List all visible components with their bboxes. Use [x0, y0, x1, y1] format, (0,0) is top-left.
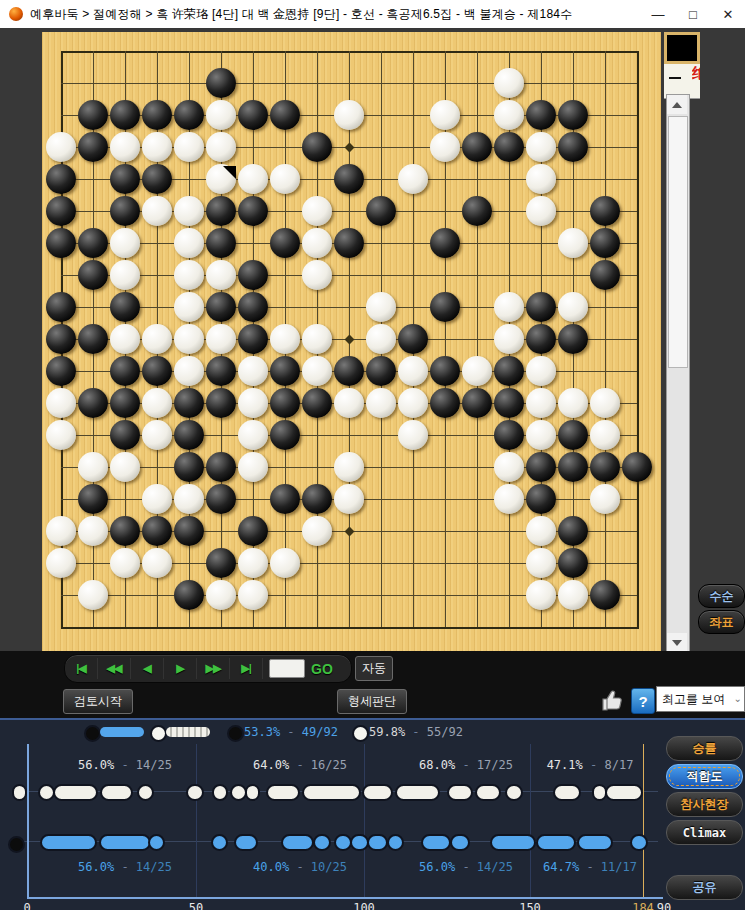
white-agree-row-pill	[605, 784, 643, 801]
graph-gridline	[364, 744, 365, 897]
white-stone	[558, 292, 588, 322]
white-agree-row-pill	[12, 784, 27, 801]
black-stone	[334, 228, 364, 258]
white-stone	[206, 260, 236, 290]
white-stone	[78, 580, 108, 610]
white-stone	[526, 548, 556, 578]
black-stone	[238, 100, 268, 130]
black-stone	[206, 196, 236, 226]
window-title: 예후바둑 > 절예정해 > 흑 许荣珞 [4단] 대 백 金恩持 [9단] - …	[30, 6, 572, 23]
grid-line	[605, 51, 606, 629]
black-stone	[238, 324, 268, 354]
white-stone	[110, 452, 140, 482]
black-stone	[206, 388, 236, 418]
disaster-scene-button[interactable]: 참사현장	[666, 792, 743, 817]
white-stone	[142, 324, 172, 354]
grid-line	[61, 275, 639, 276]
black-stone	[590, 260, 620, 290]
black-stone	[78, 484, 108, 514]
white-stone	[270, 324, 300, 354]
white-stone	[206, 100, 236, 130]
white-stone	[238, 356, 268, 386]
white-stone	[174, 228, 204, 258]
help-icon[interactable]: ?	[631, 688, 655, 714]
black-stone	[206, 68, 236, 98]
white-stone	[526, 164, 556, 194]
black-stone	[430, 388, 460, 418]
white-stone	[398, 420, 428, 450]
black-stone	[366, 196, 396, 226]
white-stone	[174, 260, 204, 290]
white-stone	[174, 132, 204, 162]
white-indicator-dash	[669, 77, 681, 79]
black-stone	[462, 388, 492, 418]
axis-tick-label: 0	[23, 901, 30, 910]
moves-button[interactable]: 수순	[698, 584, 745, 608]
white-stone	[494, 100, 524, 130]
arrow-down-icon	[672, 640, 682, 646]
white-stone	[526, 388, 556, 418]
white-stone	[334, 452, 364, 482]
white-stone	[174, 356, 204, 386]
agreement-label: 47.1% - 8/17	[547, 758, 634, 772]
black-stone	[558, 132, 588, 162]
white-agree-row-pill	[362, 784, 393, 801]
black-agree-row-pill	[313, 834, 331, 851]
graph-left-axis	[27, 744, 29, 897]
go-button[interactable]: GO	[309, 661, 333, 677]
axis-tick-label: 184	[632, 901, 654, 910]
black-stone	[430, 292, 460, 322]
black-stone	[142, 100, 172, 130]
white-stone	[174, 484, 204, 514]
maximize-button[interactable]: □	[676, 0, 710, 28]
black-stone	[110, 292, 140, 322]
black-stone	[78, 228, 108, 258]
black-stone	[302, 132, 332, 162]
white-stone	[590, 484, 620, 514]
black-stone	[558, 100, 588, 130]
white-stone	[558, 388, 588, 418]
grid-line	[61, 627, 639, 629]
black-stone	[110, 196, 140, 226]
black-stone	[462, 196, 492, 226]
black-stone	[206, 292, 236, 322]
black-stone	[46, 356, 76, 386]
white-agree-row-pill	[553, 784, 581, 801]
white-stone	[494, 452, 524, 482]
black-stone	[174, 516, 204, 546]
axis-tick-label: 150	[519, 901, 541, 910]
black-stone	[174, 388, 204, 418]
chevron-down-icon: ⌄	[734, 693, 742, 704]
white-stone	[46, 388, 76, 418]
white-stone	[302, 356, 332, 386]
black-stone	[462, 132, 492, 162]
axis-tick-label: 90	[657, 901, 671, 910]
white-stone	[142, 388, 172, 418]
grid-line	[61, 83, 639, 84]
black-agree-row-pill	[490, 834, 536, 851]
black-agree-row-pill	[387, 834, 404, 851]
white-stone	[398, 356, 428, 386]
legend-white-stat-dot	[352, 725, 369, 742]
star-point	[345, 527, 355, 537]
white-agree-row-pill	[475, 784, 501, 801]
black-stone	[110, 388, 140, 418]
black-agree-row-pill	[577, 834, 613, 851]
auto-play-button[interactable]: 자동	[355, 656, 393, 681]
x-axis-line	[27, 897, 663, 899]
first-move-button[interactable]: |◀	[65, 658, 98, 679]
white-stone	[46, 548, 76, 578]
winrate-button[interactable]: 승률	[666, 736, 743, 761]
white-agree-row-pill	[53, 784, 98, 801]
white-stone	[174, 292, 204, 322]
black-stone	[622, 452, 652, 482]
black-stone	[558, 452, 588, 482]
black-stone	[46, 164, 76, 194]
white-stone	[110, 132, 140, 162]
forward-button[interactable]: ▶	[164, 658, 197, 679]
agreement-label: 64.7% - 11/17	[543, 860, 637, 874]
white-stone	[78, 452, 108, 482]
go-board[interactable]	[42, 32, 661, 651]
white-stone	[334, 388, 364, 418]
white-stone	[238, 580, 268, 610]
black-agree-row-pill	[211, 834, 228, 851]
black-agree-row-pill	[148, 834, 165, 851]
black-stone	[174, 580, 204, 610]
white-stone	[526, 196, 556, 226]
black-stone	[302, 484, 332, 514]
white-stone	[398, 164, 428, 194]
white-stone	[590, 388, 620, 418]
graph-gridline	[196, 744, 197, 897]
white-stone	[206, 580, 236, 610]
white-stone	[206, 324, 236, 354]
black-stone	[206, 356, 236, 386]
black-stone	[270, 388, 300, 418]
coords-button[interactable]: 좌표	[698, 610, 745, 634]
last-move-button[interactable]: ▶|	[230, 658, 263, 679]
black-stone	[270, 484, 300, 514]
white-stone	[430, 100, 460, 130]
black-stone	[270, 228, 300, 258]
black-stone	[46, 324, 76, 354]
white-stone	[590, 420, 620, 450]
black-stone	[558, 516, 588, 546]
black-stone	[78, 388, 108, 418]
white-stone	[494, 324, 524, 354]
white-stone	[142, 420, 172, 450]
black-stone	[334, 356, 364, 386]
black-stone	[494, 388, 524, 418]
white-match-pct: 59.8%	[369, 725, 405, 739]
black-stone	[526, 324, 556, 354]
white-stone	[302, 260, 332, 290]
black-stone	[558, 324, 588, 354]
white-stone	[526, 420, 556, 450]
black-stone	[142, 516, 172, 546]
black-stone	[430, 228, 460, 258]
black-stone	[174, 420, 204, 450]
white-stone	[238, 164, 268, 194]
white-agree-row-pill	[245, 784, 260, 801]
black-stone	[494, 132, 524, 162]
scrollbar-thumb[interactable]	[668, 116, 688, 368]
black-stone	[398, 324, 428, 354]
graph-gridline	[530, 744, 531, 897]
white-agree-row-pill	[100, 784, 133, 801]
black-stone	[526, 292, 556, 322]
axis-tick-label: 50	[189, 901, 203, 910]
close-button[interactable]: ✕	[711, 0, 745, 28]
arrow-up-icon	[672, 102, 682, 108]
white-stone	[526, 516, 556, 546]
review-start-button[interactable]: 검토시작	[63, 689, 133, 714]
white-agree-row-pill	[212, 784, 228, 801]
white-stone	[238, 388, 268, 418]
white-agree-row-pill	[266, 784, 300, 801]
white-agree-row-pill	[447, 784, 473, 801]
current-move-line	[643, 744, 644, 897]
white-stone	[174, 324, 204, 354]
black-stone	[78, 260, 108, 290]
black-stone	[110, 516, 140, 546]
white-stone	[366, 292, 396, 322]
board-scrollbar[interactable]	[666, 94, 690, 653]
black-stone	[238, 292, 268, 322]
black-stone	[238, 516, 268, 546]
white-agree-row-pill	[137, 784, 154, 801]
black-stone	[270, 420, 300, 450]
white-agree-row-pill	[505, 784, 523, 801]
black-agree-row-pill	[630, 834, 648, 851]
black-stone	[238, 260, 268, 290]
white-stone	[526, 580, 556, 610]
legend-white-pill	[166, 727, 210, 737]
black-match-pct: 53.3%	[244, 725, 280, 739]
white-stone	[302, 324, 332, 354]
white-stone	[270, 164, 300, 194]
black-stone	[46, 228, 76, 258]
legend-blue-pill	[100, 727, 144, 737]
black-stone	[494, 420, 524, 450]
best-show-value: 최고를 보여	[662, 691, 725, 708]
black-stone	[206, 548, 236, 578]
black-agree-row-pill	[281, 834, 314, 851]
axis-tick-label: 100	[353, 901, 375, 910]
fast-forward-button[interactable]: ▶▶	[197, 658, 230, 679]
white-stone	[526, 356, 556, 386]
thumbs-up-icon[interactable]	[598, 686, 626, 714]
black-stone	[110, 164, 140, 194]
separator: -	[287, 725, 294, 739]
black-stone	[558, 420, 588, 450]
analysis-graph-panel: 53.3% - 49/92 59.8% - 55/92 승률 적합도 참사현장 …	[0, 718, 745, 910]
app-window: 예후바둑 > 절예정해 > 흑 许荣珞 [4단] 대 백 金恩持 [9단] - …	[0, 0, 745, 910]
black-stone	[430, 356, 460, 386]
white-stone	[110, 228, 140, 258]
white-stone	[494, 484, 524, 514]
black-agree-row-pill	[536, 834, 576, 851]
share-button[interactable]: 공유	[666, 875, 743, 900]
black-stone	[46, 196, 76, 226]
move-nav-bar: |◀ ◀◀ ◀ ▶ ▶▶ ▶| GO	[64, 654, 352, 683]
white-stone	[302, 516, 332, 546]
back-button[interactable]: ◀	[131, 658, 164, 679]
white-stone	[78, 516, 108, 546]
move-number-input[interactable]	[269, 659, 305, 678]
title-bar: 예후바둑 > 절예정해 > 흑 许荣珞 [4단] 대 백 金恩持 [9단] - …	[0, 0, 745, 28]
white-stone	[494, 68, 524, 98]
white-stone	[110, 548, 140, 578]
black-stone	[110, 356, 140, 386]
white-stone	[142, 548, 172, 578]
black-stone	[174, 100, 204, 130]
agreement-label: 56.0% - 14/25	[419, 860, 513, 874]
black-stone	[526, 452, 556, 482]
black-stone	[206, 452, 236, 482]
black-match-frac: 49/92	[302, 725, 338, 739]
white-stone	[366, 324, 396, 354]
red-label-fragment: 绝	[692, 66, 700, 80]
black-stone	[590, 228, 620, 258]
black-stone	[526, 484, 556, 514]
star-point	[345, 143, 355, 153]
white-stone	[46, 132, 76, 162]
black-stone	[206, 484, 236, 514]
grid-line	[61, 51, 639, 53]
white-stone	[462, 356, 492, 386]
best-show-combobox[interactable]: 최고를 보여 ⌄	[656, 686, 745, 712]
black-agree-row-pill	[234, 834, 258, 851]
black-agree-row-pill	[40, 834, 97, 851]
white-stone	[110, 260, 140, 290]
white-stone	[430, 132, 460, 162]
white-stone	[238, 548, 268, 578]
legend-black-stat-dot	[227, 725, 244, 742]
black-stone	[270, 356, 300, 386]
agreement-label: 40.0% - 10/25	[253, 860, 347, 874]
agreement-label: 56.0% - 14/25	[78, 860, 172, 874]
separator: -	[412, 725, 419, 739]
white-stone	[142, 484, 172, 514]
fast-back-button[interactable]: ◀◀	[98, 658, 131, 679]
agreement-label: 68.0% - 17/25	[419, 758, 513, 772]
white-stone	[206, 132, 236, 162]
white-stone	[142, 132, 172, 162]
black-stone	[78, 100, 108, 130]
white-stone	[334, 484, 364, 514]
white-stone	[46, 516, 76, 546]
black-stone	[142, 356, 172, 386]
white-match-frac: 55/92	[427, 725, 463, 739]
minimize-button[interactable]: —	[641, 0, 675, 28]
black-stone	[206, 228, 236, 258]
black-stone	[334, 164, 364, 194]
black-player-indicator	[664, 32, 700, 64]
black-stone	[78, 132, 108, 162]
white-stone	[238, 452, 268, 482]
legend-black-dot	[84, 725, 101, 742]
grid-line	[637, 51, 639, 629]
black-stone	[174, 452, 204, 482]
white-stone	[398, 388, 428, 418]
white-stone	[526, 132, 556, 162]
white-stone	[558, 580, 588, 610]
white-agree-row-pill	[186, 784, 204, 801]
black-stone	[142, 164, 172, 194]
black-stone	[46, 292, 76, 322]
match-rate-button[interactable]: 적합도	[666, 764, 743, 789]
black-agree-row-lead-dot	[8, 836, 25, 853]
black-stone	[590, 196, 620, 226]
app-icon	[9, 7, 23, 21]
white-stone	[142, 196, 172, 226]
agreement-label: 56.0% - 14/25	[78, 758, 172, 772]
black-agree-row-pill	[367, 834, 388, 851]
black-agree-row-pill	[450, 834, 470, 851]
white-stone	[334, 100, 364, 130]
white-stone	[46, 420, 76, 450]
white-stone	[558, 228, 588, 258]
black-stone	[366, 356, 396, 386]
white-stone	[302, 196, 332, 226]
black-stone	[110, 100, 140, 130]
legend-white-dot	[150, 725, 167, 742]
black-stone	[238, 196, 268, 226]
white-stone	[302, 228, 332, 258]
position-judge-button[interactable]: 형세판단	[337, 689, 407, 714]
white-stone	[270, 548, 300, 578]
black-stone	[270, 100, 300, 130]
black-agree-row-pill	[421, 834, 451, 851]
white-agree-row-pill	[395, 784, 440, 801]
climax-button[interactable]: Climax	[666, 820, 743, 845]
agreement-label: 64.0% - 16/25	[253, 758, 347, 772]
black-stone	[110, 420, 140, 450]
black-agree-row-pill	[99, 834, 151, 851]
scroll-down-button[interactable]	[667, 633, 687, 652]
black-stone	[494, 356, 524, 386]
black-stone	[526, 100, 556, 130]
white-stone	[110, 324, 140, 354]
black-stone	[78, 324, 108, 354]
white-stone	[174, 196, 204, 226]
star-point	[345, 335, 355, 345]
black-stone	[558, 548, 588, 578]
black-stone	[302, 388, 332, 418]
white-stone	[494, 292, 524, 322]
scroll-up-button[interactable]	[667, 95, 687, 114]
thumb-shape	[603, 691, 621, 710]
black-stone	[590, 580, 620, 610]
white-stone	[238, 420, 268, 450]
white-stone	[366, 388, 396, 418]
black-stone	[590, 452, 620, 482]
white-agree-row-pill	[302, 784, 361, 801]
